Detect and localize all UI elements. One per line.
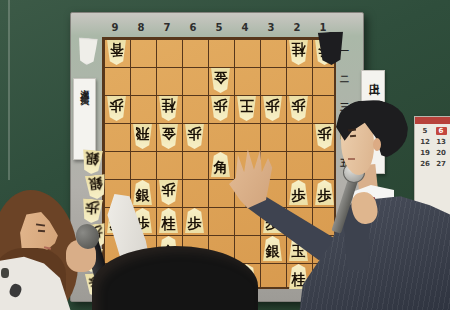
nameplate-left: 永瀬 拓矢 四段 (73, 78, 96, 160)
column-label: 5 (206, 20, 232, 35)
calendar-header (415, 117, 450, 124)
piece-kanji: 桂 (162, 99, 176, 118)
column-label: 2 (284, 20, 310, 35)
piece-kanji: 桂 (292, 267, 306, 286)
piece-kanji: 歩 (292, 99, 306, 118)
shogi-piece-sente-26: 歩 (288, 180, 309, 205)
piece-kanji: 銀 (266, 239, 280, 258)
piece-kanji: 銀 (84, 152, 100, 172)
piece-kanji: 歩 (110, 99, 124, 118)
nameplate-left-givenname: 拓矢 (78, 88, 91, 90)
piece-kanji: 歩 (318, 127, 332, 146)
piece-kanji: 銀 (136, 183, 150, 202)
calendar-day: 13 (436, 138, 447, 146)
piece-kanji: 銀 (88, 176, 104, 196)
column-label: 8 (128, 20, 154, 35)
piece-kanji: 歩 (84, 201, 100, 221)
photo-scene: 987654321 一二三四五 香桂香金歩桂歩王歩歩飛金歩歩角銀歩歩歩歩歩桂歩歩… (0, 0, 450, 310)
piece-kanji: 角 (214, 155, 228, 174)
piece-kanji: 歩 (318, 183, 332, 202)
shogi-piece-sente-67: 歩 (184, 208, 205, 233)
shogi-piece-gote-73: 桂 (158, 96, 179, 121)
shogi-piece-gote-23: 歩 (288, 96, 309, 121)
woman-dress-pattern (1, 268, 9, 278)
piece-kanji: 金 (162, 127, 176, 146)
calendar-day: 26 (420, 160, 431, 168)
calendar-day: 27 (436, 160, 447, 168)
shogi-piece-gote-76: 歩 (158, 180, 179, 205)
column-label: 6 (180, 20, 206, 35)
calendar-row: 1213 (415, 135, 450, 146)
piece-kanji: 歩 (266, 99, 280, 118)
shogi-piece-sente-16: 歩 (314, 180, 335, 205)
calendar-day: 20 (436, 149, 447, 157)
shogi-piece-gote-84: 飛 (132, 124, 153, 149)
shogi-piece-gote-52: 金 (210, 68, 231, 93)
column-label: 7 (154, 20, 180, 35)
piece-kanji: 桂 (162, 211, 176, 230)
shogi-piece-gote-33: 歩 (262, 96, 283, 121)
nameplate-left-surname: 永瀬 (78, 82, 91, 84)
shogi-piece-gote-93: 歩 (106, 96, 127, 121)
shogi-piece-sente-55: 角 (210, 152, 231, 177)
shogi-piece-sente-38: 銀 (262, 236, 283, 261)
piece-kanji: 飛 (136, 127, 150, 146)
calendar-day: 6 (436, 127, 447, 135)
column-label: 4 (232, 20, 258, 35)
man-mouth (348, 158, 355, 160)
shogi-piece-gote-43: 王 (236, 96, 257, 121)
shogi-piece-gote-64: 歩 (184, 124, 205, 149)
shogi-piece-gote-14: 歩 (314, 124, 335, 149)
captured-piece-銀: 銀 (80, 149, 104, 175)
piece-kanji: 香 (110, 43, 124, 62)
shogi-piece-gote-21: 桂 (288, 40, 309, 65)
captured-piece-銀: 銀 (84, 173, 108, 199)
piece-kanji: 歩 (162, 183, 176, 202)
piece-kanji: 歩 (292, 183, 306, 202)
calendar-day: 19 (420, 149, 431, 157)
column-label: 3 (258, 20, 284, 35)
piece-kanji: 金 (214, 71, 228, 90)
piece-kanji: 歩 (188, 211, 202, 230)
piece-kanji: 歩 (214, 99, 228, 118)
calendar-row: 1920 (415, 146, 450, 157)
piece-kanji: 桂 (292, 43, 306, 62)
chalkboard-edge (8, 0, 10, 180)
calendar-day: 5 (420, 127, 431, 135)
shogi-piece-gote-91: 香 (106, 40, 127, 65)
nameplate-right-surname: 上田 (366, 74, 381, 76)
shogi-piece-gote-74: 金 (158, 124, 179, 149)
row-label: 二 (338, 65, 351, 93)
calendar-row: 56 (415, 124, 450, 135)
nameplate-left-rank: 四段 (82, 93, 88, 95)
shogi-piece-gote-53: 歩 (210, 96, 231, 121)
piece-kanji: 歩 (188, 127, 202, 146)
column-labels: 987654321 (102, 20, 336, 35)
calendar-row: 2627 (415, 157, 450, 168)
piece-kanji: 王 (240, 99, 254, 118)
captured-piece-歩: 歩 (80, 198, 104, 224)
calendar-day: 12 (420, 138, 431, 146)
column-label: 9 (102, 20, 128, 35)
man-ear (373, 138, 381, 151)
shogi-piece-sente-77: 桂 (158, 208, 179, 233)
shogi-piece-sente-86: 銀 (132, 180, 153, 205)
